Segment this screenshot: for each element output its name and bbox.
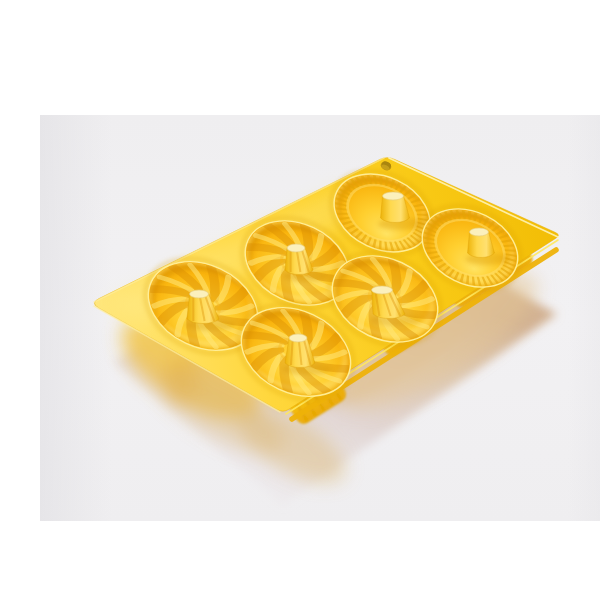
post-top (289, 334, 307, 342)
post-top (372, 286, 393, 294)
post-top (287, 244, 305, 252)
post-top (470, 228, 489, 236)
post-top (190, 290, 209, 298)
post-top (383, 192, 404, 200)
product-photo (40, 16, 600, 600)
bundt-mould-scene (40, 16, 600, 600)
